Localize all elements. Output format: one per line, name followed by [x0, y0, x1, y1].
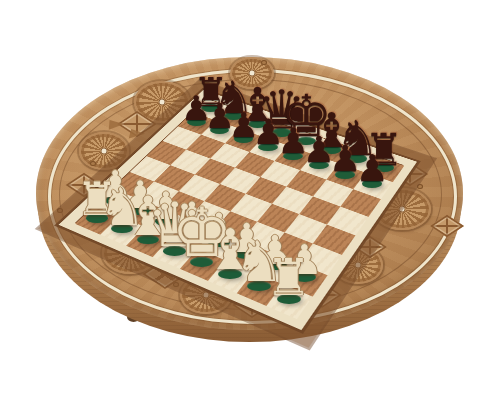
pieces-layer: ♜♞♝♛♚♝♞♜♟♟♟♟♟♟♟♟♟♟♟♟♟♟♟♟♜♞♝♛♚♝♞♜	[0, 0, 500, 400]
chess-set-photo: ♜♞♝♛♚♝♞♜♟♟♟♟♟♟♟♟♟♟♟♟♟♟♟♟♜♞♝♛♚♝♞♜	[0, 0, 500, 400]
piece-white-rook: ♜	[266, 252, 312, 303]
piece-dark-pawn: ♟	[356, 150, 389, 187]
